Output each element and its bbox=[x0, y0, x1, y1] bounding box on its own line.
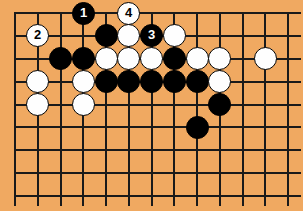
stone-black[interactable] bbox=[163, 70, 186, 93]
stone-black[interactable] bbox=[140, 70, 163, 93]
board-frame-right bbox=[301, 4, 303, 206]
stone-black[interactable] bbox=[95, 24, 118, 47]
grid-line-vertical bbox=[242, 12, 244, 206]
stone-black[interactable] bbox=[49, 47, 72, 70]
go-diagram: 1423 bbox=[0, 0, 303, 211]
stone-black[interactable] bbox=[72, 47, 95, 70]
stone-white[interactable] bbox=[117, 24, 140, 47]
stone-black[interactable] bbox=[163, 47, 186, 70]
stone-white[interactable] bbox=[140, 47, 163, 70]
stone-white[interactable] bbox=[254, 47, 277, 70]
stone-white[interactable] bbox=[186, 47, 209, 70]
stone-white[interactable] bbox=[117, 47, 140, 70]
stone-white[interactable] bbox=[208, 70, 231, 93]
grid-line-horizontal bbox=[14, 149, 301, 151]
stone-white-move-2[interactable]: 2 bbox=[26, 24, 49, 47]
grid-line-vertical bbox=[14, 12, 16, 206]
stone-black[interactable] bbox=[208, 93, 231, 116]
grid-line-vertical bbox=[264, 12, 266, 206]
board-frame-left bbox=[0, 4, 4, 206]
stone-black-move-3[interactable]: 3 bbox=[140, 24, 163, 47]
stone-white[interactable] bbox=[26, 93, 49, 116]
stone-black[interactable] bbox=[186, 116, 209, 139]
grid-line-horizontal bbox=[14, 12, 301, 14]
stone-black[interactable] bbox=[186, 70, 209, 93]
stone-black-move-1[interactable]: 1 bbox=[72, 2, 95, 25]
grid-line-horizontal bbox=[14, 104, 301, 106]
stone-white[interactable] bbox=[72, 93, 95, 116]
grid-line-vertical bbox=[287, 12, 289, 206]
grid-line-vertical bbox=[60, 12, 62, 206]
stone-white[interactable] bbox=[163, 24, 186, 47]
grid-line-horizontal bbox=[14, 126, 301, 128]
board-frame-bottom bbox=[0, 206, 303, 211]
board-frame-top bbox=[0, 0, 303, 4]
stone-white-move-4[interactable]: 4 bbox=[117, 2, 140, 25]
grid-line-horizontal bbox=[14, 195, 301, 197]
stone-black[interactable] bbox=[117, 70, 140, 93]
grid-line-horizontal bbox=[14, 172, 301, 174]
stone-black[interactable] bbox=[95, 70, 118, 93]
stone-white[interactable] bbox=[72, 70, 95, 93]
stone-white[interactable] bbox=[26, 70, 49, 93]
stone-white[interactable] bbox=[208, 47, 231, 70]
grid-line-vertical bbox=[196, 12, 198, 206]
stone-white[interactable] bbox=[95, 47, 118, 70]
